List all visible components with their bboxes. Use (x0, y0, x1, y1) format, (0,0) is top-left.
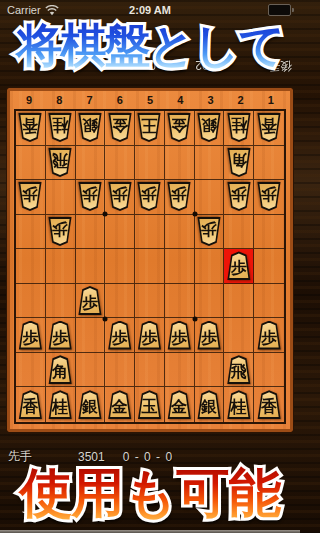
board-cell[interactable]: 歩 (165, 180, 195, 215)
piece-kanji: 金 (167, 113, 191, 142)
board-cell[interactable]: 桂 (224, 111, 254, 146)
board-cell[interactable]: 歩 (195, 318, 225, 353)
board-cell[interactable] (135, 249, 165, 284)
piece-kanji: 歩 (167, 182, 191, 211)
board-cell[interactable] (16, 215, 46, 250)
sente-label: 先手 (8, 448, 32, 465)
sente-player-bar: 先手 3501 0 - 0 - 0 (0, 448, 300, 465)
shogi-piece[interactable]: 歩 (48, 321, 72, 350)
piece-kanji: 角 (227, 148, 251, 177)
piece-kanji: 歩 (227, 251, 251, 280)
board-cell[interactable]: 桂 (46, 111, 76, 146)
piece-kanji: 金 (108, 113, 132, 142)
board-cell[interactable]: 飛 (46, 146, 76, 181)
shogi-piece[interactable]: 歩 (197, 217, 221, 246)
board-cell[interactable] (254, 284, 284, 319)
shogi-piece[interactable]: 銀 (197, 113, 221, 142)
board-cell[interactable]: 香 (254, 111, 284, 146)
board-coords: 987654321 (10, 91, 290, 109)
board-cell[interactable] (165, 284, 195, 319)
board-cell[interactable] (76, 318, 106, 353)
board-cell[interactable]: 金 (165, 111, 195, 146)
shogi-piece[interactable]: 銀 (197, 390, 221, 419)
board-cell[interactable] (254, 353, 284, 388)
piece-kanji: 香 (18, 113, 42, 142)
shogi-piece[interactable]: 歩 (257, 182, 281, 211)
piece-kanji: 王 (137, 113, 161, 142)
piece-kanji: 歩 (108, 321, 132, 350)
shogi-piece[interactable]: 歩 (78, 286, 102, 315)
board-cell[interactable]: 歩 (165, 318, 195, 353)
shogi-piece[interactable]: 桂 (48, 113, 72, 142)
board-cell[interactable]: 歩 (135, 318, 165, 353)
board-cell[interactable] (165, 215, 195, 250)
board-cell[interactable]: 銀 (76, 111, 106, 146)
board-cell[interactable]: 角 (46, 353, 76, 388)
piece-kanji: 銀 (197, 390, 221, 419)
shogi-piece[interactable]: 王 (137, 113, 161, 142)
board-cell[interactable]: 歩 (105, 180, 135, 215)
board-cell[interactable]: 歩 (16, 318, 46, 353)
shogi-piece[interactable]: 香 (257, 113, 281, 142)
piece-kanji: 桂 (227, 390, 251, 419)
board-cell[interactable] (135, 146, 165, 181)
piece-kanji: 桂 (48, 113, 72, 142)
shogi-piece[interactable]: 歩 (78, 182, 102, 211)
board-cell[interactable] (46, 284, 76, 319)
piece-kanji: 金 (167, 390, 191, 419)
board-cell[interactable] (135, 353, 165, 388)
piece-kanji: 歩 (48, 217, 72, 246)
board-cell[interactable]: 歩 (224, 249, 254, 284)
piece-kanji: 歩 (108, 182, 132, 211)
piece-kanji: 歩 (257, 182, 281, 211)
board-cell[interactable]: 歩 (105, 318, 135, 353)
board-cell[interactable]: 飛 (224, 353, 254, 388)
piece-kanji: 歩 (137, 182, 161, 211)
battery-icon (268, 4, 294, 16)
gote-rating: 3502 (195, 59, 222, 73)
shogi-piece[interactable]: 歩 (108, 321, 132, 350)
shogi-piece[interactable]: 飛 (48, 148, 72, 177)
shogi-piece[interactable]: 歩 (108, 182, 132, 211)
file-coordinate: 2 (226, 93, 256, 109)
board-cell[interactable]: 銀 (195, 387, 225, 422)
file-coordinate: 9 (14, 93, 44, 109)
board-cell[interactable] (195, 353, 225, 388)
board-cell[interactable] (224, 215, 254, 250)
piece-kanji: 玉 (137, 390, 161, 419)
hoshi-dot (102, 316, 107, 321)
piece-kanji: 歩 (197, 321, 221, 350)
piece-kanji: 歩 (227, 182, 251, 211)
piece-kanji: 歩 (257, 321, 281, 350)
piece-kanji: 香 (257, 113, 281, 142)
board-cell[interactable]: 桂 (224, 387, 254, 422)
board-cell[interactable] (76, 215, 106, 250)
board-cell[interactable] (46, 249, 76, 284)
shogi-piece[interactable]: 歩 (167, 321, 191, 350)
board-grid[interactable]: 香桂銀金王金銀桂香飛角歩歩歩歩歩歩歩歩歩歩歩歩歩歩歩歩歩歩角飛香桂銀金玉金銀桂香 (14, 109, 286, 424)
board-cell[interactable] (165, 249, 195, 284)
board-cell[interactable]: 歩 (76, 284, 106, 319)
shogi-piece[interactable]: 桂 (227, 390, 251, 419)
board-cell[interactable]: 金 (105, 111, 135, 146)
board-cell[interactable] (195, 146, 225, 181)
board-cell[interactable]: 歩 (254, 318, 284, 353)
shogi-piece[interactable]: 金 (167, 390, 191, 419)
shogi-piece[interactable]: 香 (18, 113, 42, 142)
board-cell[interactable]: 歩 (135, 180, 165, 215)
shogi-piece[interactable]: 歩 (167, 182, 191, 211)
piece-kanji: 銀 (78, 390, 102, 419)
piece-kanji: 歩 (18, 321, 42, 350)
piece-kanji: 飛 (48, 148, 72, 177)
board-cell[interactable]: 歩 (76, 180, 106, 215)
board-cell[interactable] (165, 146, 195, 181)
hoshi-dot (193, 316, 198, 321)
piece-kanji: 歩 (78, 286, 102, 315)
shogi-piece[interactable]: 金 (167, 113, 191, 142)
piece-kanji: 銀 (197, 113, 221, 142)
file-coordinate: 7 (74, 93, 104, 109)
file-coordinate: 3 (195, 93, 225, 109)
board-cell[interactable] (16, 249, 46, 284)
board-cell[interactable] (254, 146, 284, 181)
board-cell[interactable] (195, 284, 225, 319)
status-bar: Carrier 2:09 AM (0, 0, 300, 20)
board-cell[interactable]: 銀 (76, 387, 106, 422)
gote-player-bar: 後手 3502 0 - 0 - 0 (0, 57, 300, 74)
board-cell[interactable] (254, 215, 284, 250)
shogi-piece[interactable]: 金 (108, 390, 132, 419)
shogi-piece[interactable]: 桂 (48, 390, 72, 419)
board-cell[interactable] (195, 180, 225, 215)
promo-banner-bottom: 使用も可能 使用も可能 (0, 456, 300, 533)
piece-kanji: 桂 (227, 113, 251, 142)
shogi-piece[interactable]: 歩 (197, 321, 221, 350)
piece-kanji: 銀 (78, 113, 102, 142)
piece-kanji: 金 (108, 390, 132, 419)
shogi-piece[interactable]: 香 (257, 390, 281, 419)
board-cell[interactable]: 歩 (224, 180, 254, 215)
clock-time: 2:09 AM (0, 4, 300, 16)
board-cell[interactable]: 香 (254, 387, 284, 422)
shogi-piece[interactable]: 金 (108, 113, 132, 142)
board-cell[interactable]: 王 (135, 111, 165, 146)
shogi-piece[interactable]: 玉 (137, 390, 161, 419)
hoshi-dot (193, 211, 198, 216)
piece-kanji: 歩 (197, 217, 221, 246)
piece-kanji: 香 (18, 390, 42, 419)
board-cell[interactable] (46, 180, 76, 215)
file-coordinate: 5 (135, 93, 165, 109)
board-cell[interactable] (16, 353, 46, 388)
board-cell[interactable] (165, 353, 195, 388)
piece-kanji: 香 (257, 390, 281, 419)
board-cell[interactable] (105, 284, 135, 319)
shogi-piece[interactable]: 歩 (257, 321, 281, 350)
shogi-piece[interactable]: 角 (227, 148, 251, 177)
piece-kanji: 歩 (137, 321, 161, 350)
piece-kanji: 歩 (78, 182, 102, 211)
board-cell[interactable] (105, 353, 135, 388)
board-cell[interactable] (76, 146, 106, 181)
shogi-piece[interactable]: 歩 (137, 321, 161, 350)
shogi-piece[interactable]: 歩 (18, 182, 42, 211)
file-coordinate: 8 (44, 93, 74, 109)
board-cell[interactable] (254, 249, 284, 284)
shogi-piece[interactable]: 桂 (227, 113, 251, 142)
board-cell[interactable]: 歩 (46, 215, 76, 250)
board-cell[interactable] (195, 249, 225, 284)
piece-kanji: 歩 (18, 182, 42, 211)
board-cell[interactable]: 香 (16, 387, 46, 422)
piece-kanji: 角 (48, 355, 72, 384)
board-cell[interactable]: 歩 (254, 180, 284, 215)
sente-rating: 3501 (78, 450, 105, 464)
file-coordinate: 1 (256, 93, 286, 109)
sente-record: 0 - 0 - 0 (123, 450, 173, 464)
board-cell[interactable]: 香 (16, 111, 46, 146)
shogi-piece[interactable]: 角 (48, 355, 72, 384)
board-cell[interactable] (76, 353, 106, 388)
shogi-piece[interactable]: 銀 (78, 390, 102, 419)
board-cell[interactable] (224, 318, 254, 353)
board-cell[interactable] (16, 284, 46, 319)
piece-kanji: 歩 (167, 321, 191, 350)
board-cell[interactable]: 金 (165, 387, 195, 422)
board-cell[interactable]: 歩 (46, 318, 76, 353)
board-cell[interactable] (105, 249, 135, 284)
board-cell[interactable]: 角 (224, 146, 254, 181)
gote-record: 0 - 0 - 0 (127, 59, 177, 73)
board-cell[interactable]: 玉 (135, 387, 165, 422)
file-coordinate: 4 (165, 93, 195, 109)
board-cell[interactable] (135, 215, 165, 250)
board-cell[interactable] (105, 215, 135, 250)
shogi-board[interactable]: 987654321 香桂銀金王金銀桂香飛角歩歩歩歩歩歩歩歩歩歩歩歩歩歩歩歩歩歩角… (7, 88, 293, 432)
shogi-piece[interactable]: 歩 (18, 321, 42, 350)
board-cell[interactable]: 歩 (16, 180, 46, 215)
shogi-piece[interactable]: 歩 (227, 251, 251, 280)
shogi-piece[interactable]: 香 (18, 390, 42, 419)
board-cell[interactable] (224, 284, 254, 319)
board-cell[interactable]: 金 (105, 387, 135, 422)
shogi-piece[interactable]: 銀 (78, 113, 102, 142)
board-cell[interactable] (135, 284, 165, 319)
piece-kanji: 歩 (48, 321, 72, 350)
board-cell[interactable]: 歩 (195, 215, 225, 250)
board-cell[interactable] (76, 249, 106, 284)
piece-kanji: 飛 (227, 355, 251, 384)
gote-label: 後手 (268, 57, 292, 74)
shogi-piece[interactable]: 歩 (137, 182, 161, 211)
file-coordinate: 6 (105, 93, 135, 109)
hoshi-dot (102, 211, 107, 216)
board-cell[interactable]: 桂 (46, 387, 76, 422)
board-cell[interactable] (105, 146, 135, 181)
board-cell[interactable] (16, 146, 46, 181)
shogi-piece[interactable]: 歩 (227, 182, 251, 211)
piece-kanji: 桂 (48, 390, 72, 419)
board-cell[interactable]: 銀 (195, 111, 225, 146)
shogi-piece[interactable]: 歩 (48, 217, 72, 246)
shogi-piece[interactable]: 飛 (227, 355, 251, 384)
